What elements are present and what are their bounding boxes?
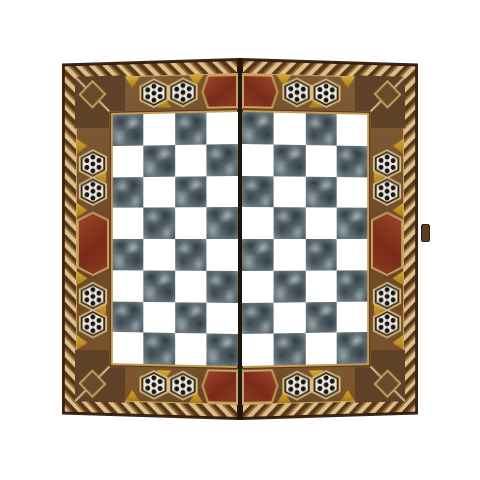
red-inlay-panel bbox=[202, 369, 238, 404]
board-square bbox=[206, 144, 238, 176]
board-square bbox=[336, 270, 367, 301]
board-square bbox=[144, 113, 175, 145]
board-square bbox=[144, 239, 175, 270]
board-square bbox=[113, 114, 144, 146]
board-square bbox=[242, 334, 274, 366]
board-square bbox=[175, 239, 206, 271]
board-square bbox=[242, 144, 274, 176]
board-square bbox=[274, 302, 305, 334]
board-square bbox=[206, 334, 238, 366]
board-square bbox=[113, 301, 144, 333]
board-square bbox=[175, 207, 206, 239]
board-left-half bbox=[62, 58, 238, 420]
board-square bbox=[175, 144, 206, 176]
board-square bbox=[113, 208, 144, 239]
board-square bbox=[305, 333, 336, 365]
red-inlay-face bbox=[203, 76, 236, 107]
board-square bbox=[144, 301, 175, 333]
board-square bbox=[305, 301, 336, 333]
board-square bbox=[274, 144, 305, 176]
board-square bbox=[305, 145, 336, 177]
board-square bbox=[242, 176, 274, 208]
board-square bbox=[175, 333, 206, 365]
board-square bbox=[305, 176, 336, 208]
board-square bbox=[305, 239, 336, 270]
board-square bbox=[274, 270, 305, 302]
board-square bbox=[206, 112, 238, 144]
clasp-tab bbox=[421, 224, 430, 242]
board-square bbox=[336, 208, 367, 239]
board-square bbox=[144, 145, 175, 177]
board-square bbox=[175, 270, 206, 302]
board-square bbox=[305, 270, 336, 302]
board-square bbox=[242, 112, 274, 144]
board-square bbox=[336, 177, 367, 208]
board-square bbox=[274, 207, 305, 239]
board-square bbox=[175, 113, 206, 145]
board-square bbox=[305, 113, 336, 145]
board-square bbox=[206, 239, 238, 271]
board-square bbox=[175, 176, 206, 208]
board-square bbox=[242, 302, 274, 334]
board-square bbox=[242, 239, 274, 271]
board-square bbox=[113, 270, 144, 301]
board-square bbox=[144, 176, 175, 208]
board-square bbox=[113, 145, 144, 177]
photo-background bbox=[0, 0, 480, 480]
board-square bbox=[305, 208, 336, 239]
folding-chess-board bbox=[55, 58, 425, 420]
red-inlay-face bbox=[244, 76, 277, 107]
red-inlay-panel bbox=[371, 212, 403, 277]
board-square bbox=[242, 271, 274, 303]
board-grid bbox=[242, 112, 367, 366]
board-square bbox=[336, 145, 367, 177]
red-inlay-face bbox=[244, 371, 277, 402]
board-square bbox=[336, 332, 367, 364]
board-square bbox=[113, 239, 144, 270]
board-square bbox=[274, 333, 305, 365]
board-square bbox=[274, 113, 305, 145]
board-square bbox=[274, 176, 305, 208]
red-inlay-panel bbox=[242, 369, 278, 404]
board-square bbox=[206, 207, 238, 239]
red-inlay-face bbox=[79, 214, 107, 275]
board-square bbox=[113, 332, 144, 364]
board-square bbox=[336, 301, 367, 333]
red-inlay-panel bbox=[77, 212, 109, 277]
red-inlay-face bbox=[373, 214, 401, 275]
board-square bbox=[274, 239, 305, 271]
board-square bbox=[336, 239, 367, 270]
board-right-half bbox=[242, 58, 418, 420]
board-square bbox=[206, 176, 238, 208]
board-square bbox=[144, 270, 175, 302]
board-square bbox=[206, 302, 238, 334]
board-square bbox=[175, 302, 206, 334]
red-inlay-panel bbox=[242, 74, 278, 109]
board-square bbox=[113, 177, 144, 208]
board-square bbox=[336, 114, 367, 146]
board-square bbox=[144, 333, 175, 365]
red-inlay-face bbox=[203, 371, 236, 402]
board-square bbox=[206, 271, 238, 303]
board-square bbox=[242, 207, 274, 239]
board-square bbox=[144, 208, 175, 239]
red-inlay-panel bbox=[202, 74, 238, 109]
board-grid bbox=[113, 112, 238, 366]
